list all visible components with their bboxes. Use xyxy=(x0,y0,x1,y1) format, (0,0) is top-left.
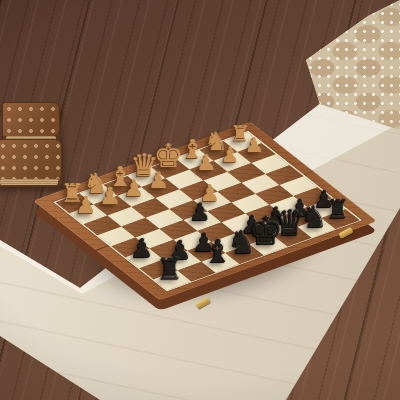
piece-black-rook-a8[interactable]: ♜ xyxy=(157,254,184,284)
piece-white-pawn-d2[interactable]: ♟ xyxy=(148,169,168,192)
piece-black-pawn-a6[interactable]: ♟ xyxy=(130,236,153,262)
carved-book-bottom xyxy=(0,139,62,187)
piece-white-pawn-c2[interactable]: ♟ xyxy=(124,177,145,200)
piece-white-pawn-f2[interactable]: ♟ xyxy=(196,152,215,174)
piece-white-pawn-g2[interactable]: ♟ xyxy=(221,143,240,164)
scene: ♜♝♞♚♛♞♜♟♟♟♟♟♟♟♟♟♟♟♟♟♟♟♟♜♞♝♛♚♝♞♜ xyxy=(0,0,400,400)
piece-white-pawn-h2[interactable]: ♟ xyxy=(245,135,263,156)
piece-black-pawn-d5[interactable]: ♟ xyxy=(189,200,211,224)
carved-books xyxy=(0,102,66,188)
piece-black-bishop-c8[interactable]: ♝ xyxy=(204,235,233,267)
piece-black-rook-h8[interactable]: ♜ xyxy=(326,196,350,222)
carved-book-top xyxy=(2,102,60,144)
piece-white-pawn-a2[interactable]: ♟ xyxy=(75,194,96,218)
piece-white-pawn-b2[interactable]: ♟ xyxy=(100,185,121,208)
